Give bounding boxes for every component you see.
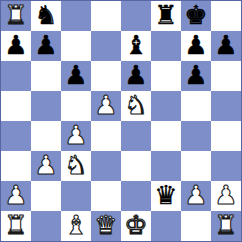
black-pawn[interactable]: ♟ [4, 32, 27, 58]
square-a4[interactable] [1, 121, 31, 151]
square-f3[interactable] [151, 151, 181, 181]
white-rook[interactable]: ♜ [4, 2, 27, 28]
white-pawn[interactable]: ♟ [34, 152, 57, 178]
square-f7[interactable] [151, 31, 181, 61]
square-d7[interactable] [91, 31, 121, 61]
square-d4[interactable] [91, 121, 121, 151]
white-king[interactable]: ♚ [124, 212, 147, 238]
square-e2[interactable] [121, 181, 151, 211]
square-e1[interactable]: ♚ [121, 211, 151, 241]
white-bishop[interactable]: ♝ [64, 212, 87, 238]
square-c8[interactable] [61, 1, 91, 31]
square-e8[interactable] [121, 1, 151, 31]
black-pawn[interactable]: ♟ [214, 32, 237, 58]
square-a1[interactable]: ♜ [1, 211, 31, 241]
white-pawn[interactable]: ♟ [4, 182, 27, 208]
square-b4[interactable] [31, 121, 61, 151]
black-pawn[interactable]: ♟ [184, 62, 207, 88]
square-b7[interactable]: ♟ [31, 31, 61, 61]
square-c6[interactable]: ♟ [61, 61, 91, 91]
white-knight[interactable]: ♞ [124, 92, 147, 118]
square-e7[interactable]: ♝ [121, 31, 151, 61]
square-h2[interactable]: ♟ [211, 181, 241, 211]
black-pawn[interactable]: ♟ [34, 32, 57, 58]
square-e5[interactable]: ♞ [121, 91, 151, 121]
square-d1[interactable]: ♛ [91, 211, 121, 241]
square-e4[interactable] [121, 121, 151, 151]
white-pawn[interactable]: ♟ [184, 182, 207, 208]
square-c3[interactable]: ♞ [61, 151, 91, 181]
square-d5[interactable]: ♟ [91, 91, 121, 121]
square-g3[interactable] [181, 151, 211, 181]
black-pawn[interactable]: ♟ [184, 32, 207, 58]
square-g2[interactable]: ♟ [181, 181, 211, 211]
white-pawn[interactable]: ♟ [214, 182, 237, 208]
square-a2[interactable]: ♟ [1, 181, 31, 211]
square-b5[interactable] [31, 91, 61, 121]
black-pawn[interactable]: ♟ [124, 62, 147, 88]
square-a8[interactable]: ♜ [1, 1, 31, 31]
square-h8[interactable] [211, 1, 241, 31]
square-d3[interactable] [91, 151, 121, 181]
white-pawn[interactable]: ♟ [94, 92, 117, 118]
square-h4[interactable] [211, 121, 241, 151]
square-g4[interactable] [181, 121, 211, 151]
black-bishop[interactable]: ♝ [124, 32, 147, 58]
square-b1[interactable] [31, 211, 61, 241]
square-c5[interactable] [61, 91, 91, 121]
square-g8[interactable]: ♚ [181, 1, 211, 31]
square-g7[interactable]: ♟ [181, 31, 211, 61]
black-pawn[interactable]: ♟ [64, 62, 87, 88]
square-h3[interactable] [211, 151, 241, 181]
square-g1[interactable] [181, 211, 211, 241]
square-d6[interactable] [91, 61, 121, 91]
white-rook[interactable]: ♜ [214, 212, 237, 238]
square-a7[interactable]: ♟ [1, 31, 31, 61]
square-b2[interactable] [31, 181, 61, 211]
square-h6[interactable] [211, 61, 241, 91]
square-a3[interactable] [1, 151, 31, 181]
square-c2[interactable] [61, 181, 91, 211]
square-b8[interactable]: ♞ [31, 1, 61, 31]
square-g5[interactable] [181, 91, 211, 121]
white-rook[interactable]: ♜ [4, 212, 27, 238]
black-king[interactable]: ♚ [184, 2, 207, 28]
square-f8[interactable]: ♜ [151, 1, 181, 31]
white-knight[interactable]: ♞ [64, 152, 87, 178]
square-f6[interactable] [151, 61, 181, 91]
black-rook[interactable]: ♜ [154, 2, 177, 28]
square-g6[interactable]: ♟ [181, 61, 211, 91]
square-b3[interactable]: ♟ [31, 151, 61, 181]
square-f2[interactable]: ♛ [151, 181, 181, 211]
square-c7[interactable] [61, 31, 91, 61]
white-queen[interactable]: ♛ [94, 212, 117, 238]
square-c1[interactable]: ♝ [61, 211, 91, 241]
square-a6[interactable] [1, 61, 31, 91]
square-h1[interactable]: ♜ [211, 211, 241, 241]
square-f1[interactable] [151, 211, 181, 241]
black-knight[interactable]: ♞ [34, 2, 57, 28]
white-pawn[interactable]: ♟ [64, 122, 87, 148]
square-d2[interactable] [91, 181, 121, 211]
square-d8[interactable] [91, 1, 121, 31]
square-h5[interactable] [211, 91, 241, 121]
square-f5[interactable] [151, 91, 181, 121]
square-e3[interactable] [121, 151, 151, 181]
square-c4[interactable]: ♟ [61, 121, 91, 151]
square-h7[interactable]: ♟ [211, 31, 241, 61]
square-e6[interactable]: ♟ [121, 61, 151, 91]
square-f4[interactable] [151, 121, 181, 151]
square-a5[interactable] [1, 91, 31, 121]
black-queen[interactable]: ♛ [154, 182, 177, 208]
square-b6[interactable] [31, 61, 61, 91]
chess-board: ♜♞♜♚♟♟♝♟♟♟♟♟♟♞♟♟♞♟♛♟♟♜♝♛♚♜ [0, 0, 242, 242]
